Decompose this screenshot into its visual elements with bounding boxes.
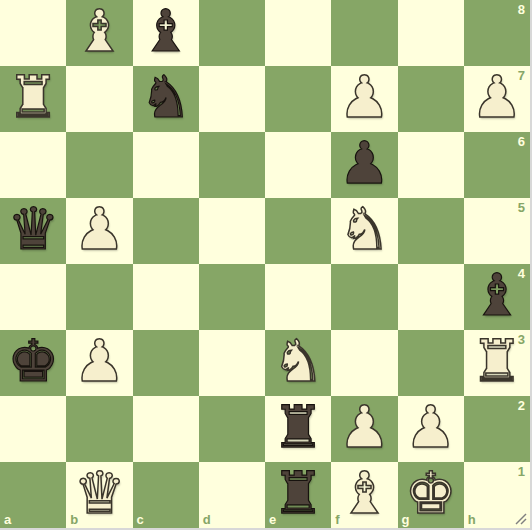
white-bishop-f1-piece[interactable]: ♝ <box>338 464 390 522</box>
square-b7[interactable] <box>66 66 132 132</box>
square-g7[interactable] <box>398 66 464 132</box>
file-label-h: h <box>468 513 476 526</box>
square-b3[interactable]: ♟ <box>66 330 132 396</box>
file-label-d: d <box>203 513 211 526</box>
square-g5[interactable] <box>398 198 464 264</box>
white-pawn-f7-piece[interactable]: ♟ <box>338 68 390 126</box>
file-label-c: c <box>137 513 144 526</box>
rank-label-8: 8 <box>518 3 525 16</box>
square-h2[interactable]: 2 <box>464 396 530 462</box>
board-resize-handle-icon[interactable] <box>513 511 528 526</box>
square-e5[interactable] <box>265 198 331 264</box>
rank-label-6: 6 <box>518 135 525 148</box>
square-h3[interactable]: 3♜ <box>464 330 530 396</box>
square-c8[interactable]: ♝ <box>133 0 199 66</box>
white-pawn-f2-piece[interactable]: ♟ <box>338 398 390 456</box>
square-a5[interactable]: ♛ <box>0 198 66 264</box>
file-label-f: f <box>335 513 339 526</box>
file-label-b: b <box>70 513 78 526</box>
square-e4[interactable] <box>265 264 331 330</box>
chess-board: ♝♝8♜♞♟7♟♟6♛♟♞54♝♚♟♞3♜♜♟♟2ab♛cde♜f♝g♚1h <box>0 0 532 530</box>
square-c6[interactable] <box>133 132 199 198</box>
square-c2[interactable] <box>133 396 199 462</box>
square-b2[interactable] <box>66 396 132 462</box>
square-d2[interactable] <box>199 396 265 462</box>
black-bishop-c8-piece[interactable]: ♝ <box>140 2 192 60</box>
white-knight-f5-piece[interactable]: ♞ <box>338 200 390 258</box>
square-a3[interactable]: ♚ <box>0 330 66 396</box>
square-c3[interactable] <box>133 330 199 396</box>
rank-label-1: 1 <box>518 465 525 478</box>
square-f5[interactable]: ♞ <box>331 198 397 264</box>
square-b4[interactable] <box>66 264 132 330</box>
square-b6[interactable] <box>66 132 132 198</box>
black-pawn-f6-piece[interactable]: ♟ <box>338 134 390 192</box>
rank-label-4: 4 <box>518 267 525 280</box>
square-a4[interactable] <box>0 264 66 330</box>
white-pawn-g2-piece[interactable]: ♟ <box>405 398 457 456</box>
black-knight-c7-piece[interactable]: ♞ <box>140 68 192 126</box>
square-g4[interactable] <box>398 264 464 330</box>
square-g3[interactable] <box>398 330 464 396</box>
square-a1[interactable]: a <box>0 462 66 528</box>
square-a6[interactable] <box>0 132 66 198</box>
square-f6[interactable]: ♟ <box>331 132 397 198</box>
square-f1[interactable]: f♝ <box>331 462 397 528</box>
square-d1[interactable]: d <box>199 462 265 528</box>
square-d3[interactable] <box>199 330 265 396</box>
square-e2[interactable]: ♜ <box>265 396 331 462</box>
white-rook-h3-piece[interactable]: ♜ <box>471 332 523 390</box>
square-e6[interactable] <box>265 132 331 198</box>
white-rook-a7-piece[interactable]: ♜ <box>7 68 59 126</box>
square-b1[interactable]: b♛ <box>66 462 132 528</box>
black-rook-e1-piece[interactable]: ♜ <box>272 464 324 522</box>
square-h1[interactable]: 1h <box>464 462 530 528</box>
square-e1[interactable]: e♜ <box>265 462 331 528</box>
rank-label-5: 5 <box>518 201 525 214</box>
square-c7[interactable]: ♞ <box>133 66 199 132</box>
square-d8[interactable] <box>199 0 265 66</box>
square-d7[interactable] <box>199 66 265 132</box>
square-a2[interactable] <box>0 396 66 462</box>
square-h4[interactable]: 4♝ <box>464 264 530 330</box>
square-d4[interactable] <box>199 264 265 330</box>
square-e7[interactable] <box>265 66 331 132</box>
file-label-g: g <box>402 513 410 526</box>
square-a7[interactable]: ♜ <box>0 66 66 132</box>
square-e8[interactable] <box>265 0 331 66</box>
square-c5[interactable] <box>133 198 199 264</box>
square-d5[interactable] <box>199 198 265 264</box>
rank-label-2: 2 <box>518 399 525 412</box>
white-king-g1-piece[interactable]: ♚ <box>405 464 457 522</box>
square-f8[interactable] <box>331 0 397 66</box>
board-container: ♝♝8♜♞♟7♟♟6♛♟♞54♝♚♟♞3♜♜♟♟2ab♛cde♜f♝g♚1h <box>0 0 532 530</box>
square-h5[interactable]: 5 <box>464 198 530 264</box>
white-pawn-b3-piece[interactable]: ♟ <box>73 332 125 390</box>
square-e3[interactable]: ♞ <box>265 330 331 396</box>
white-queen-b1-piece[interactable]: ♛ <box>73 464 125 522</box>
square-d6[interactable] <box>199 132 265 198</box>
square-c4[interactable] <box>133 264 199 330</box>
rank-label-3: 3 <box>518 333 525 346</box>
square-c1[interactable]: c <box>133 462 199 528</box>
square-f3[interactable] <box>331 330 397 396</box>
square-g6[interactable] <box>398 132 464 198</box>
white-pawn-b5-piece[interactable]: ♟ <box>73 200 125 258</box>
square-a8[interactable] <box>0 0 66 66</box>
square-f2[interactable]: ♟ <box>331 396 397 462</box>
square-h6[interactable]: 6 <box>464 132 530 198</box>
black-rook-e2-piece[interactable]: ♜ <box>272 398 324 456</box>
file-label-e: e <box>269 513 276 526</box>
rank-label-7: 7 <box>518 69 525 82</box>
black-queen-a5-piece[interactable]: ♛ <box>7 200 59 258</box>
square-h7[interactable]: 7♟ <box>464 66 530 132</box>
white-pawn-h7-piece[interactable]: ♟ <box>471 68 523 126</box>
square-g2[interactable]: ♟ <box>398 396 464 462</box>
square-f4[interactable] <box>331 264 397 330</box>
white-bishop-b8-piece[interactable]: ♝ <box>73 2 125 60</box>
square-b8[interactable]: ♝ <box>66 0 132 66</box>
square-g8[interactable] <box>398 0 464 66</box>
file-label-a: a <box>4 513 11 526</box>
black-king-a3-piece[interactable]: ♚ <box>7 332 59 390</box>
white-knight-e3-piece[interactable]: ♞ <box>272 332 324 390</box>
square-f7[interactable]: ♟ <box>331 66 397 132</box>
square-b5[interactable]: ♟ <box>66 198 132 264</box>
black-bishop-h4-piece[interactable]: ♝ <box>471 266 523 324</box>
square-h8[interactable]: 8 <box>464 0 530 66</box>
square-g1[interactable]: g♚ <box>398 462 464 528</box>
